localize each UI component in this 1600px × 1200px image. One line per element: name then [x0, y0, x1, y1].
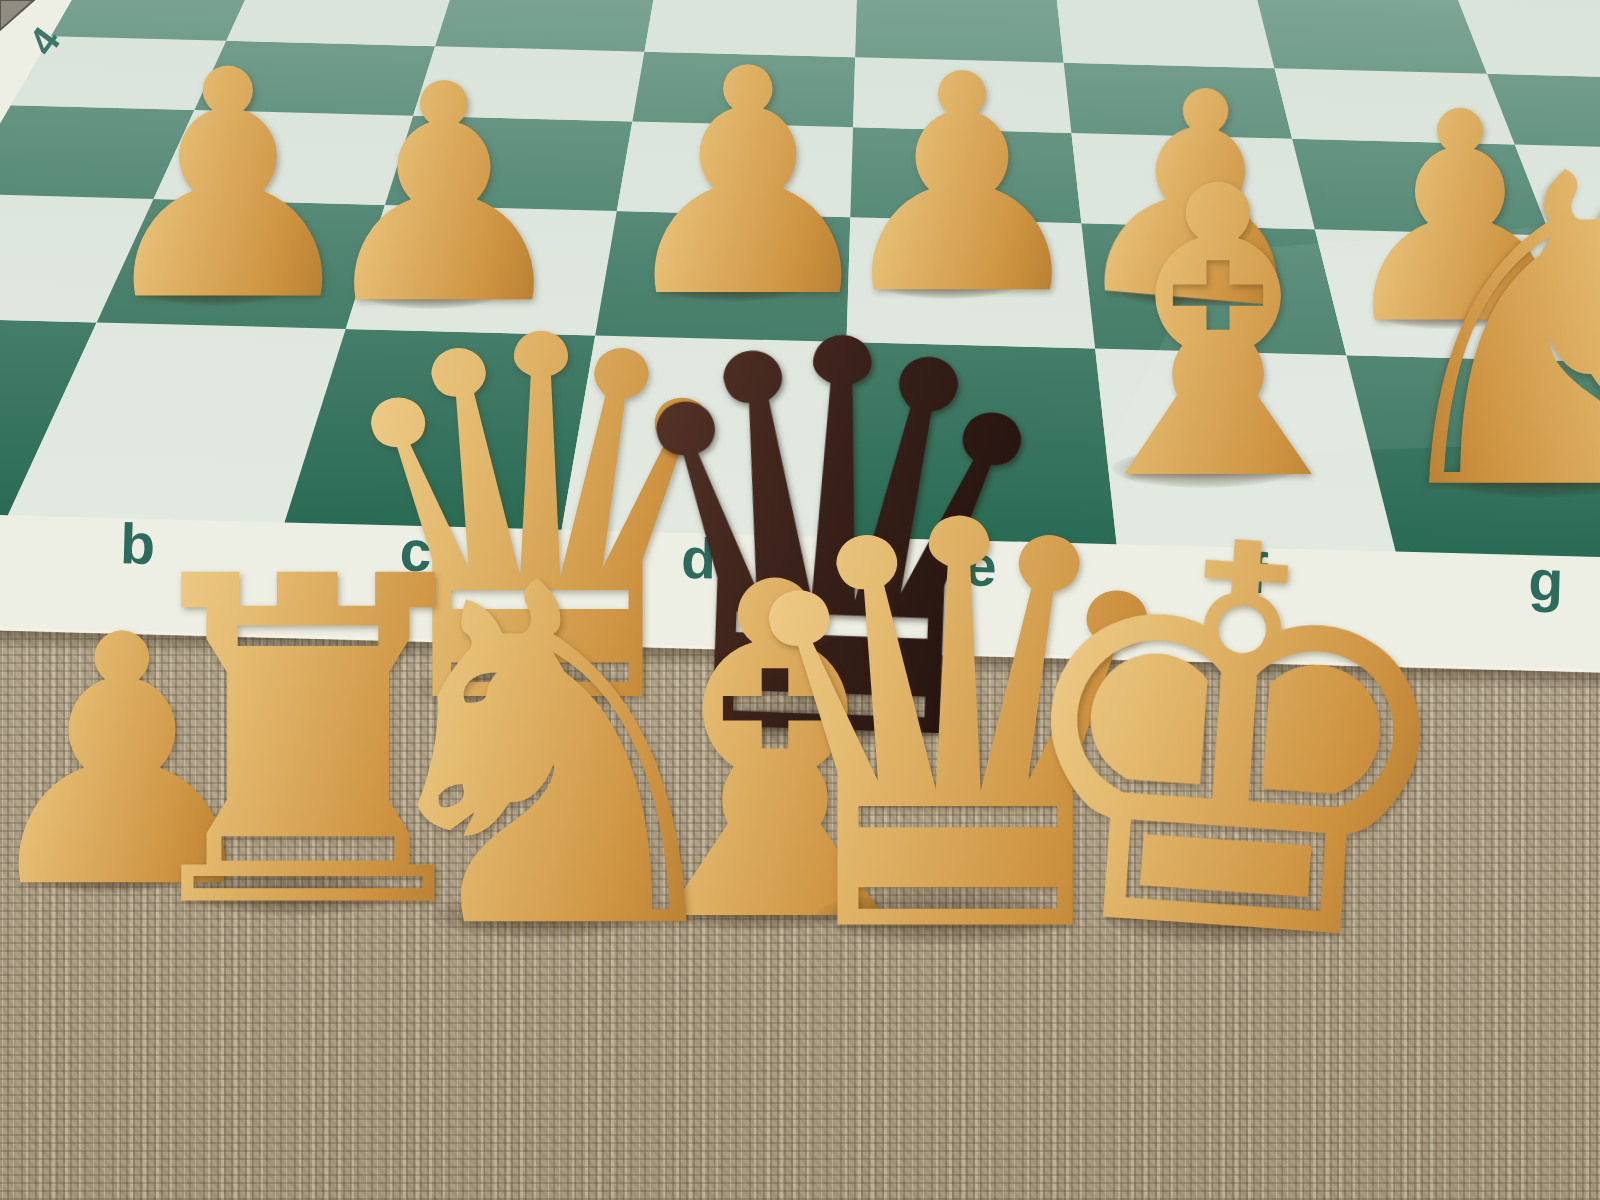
piece-white-king-display: ♚ — [985, 379, 1494, 939]
carpet-background: bcdefg4♟♟♟♟♟♟♝♞♛♛♟♜♝♞♛♚ — [0, 0, 1600, 1200]
piece-white-knight-display: ♞ — [341, 449, 762, 919]
